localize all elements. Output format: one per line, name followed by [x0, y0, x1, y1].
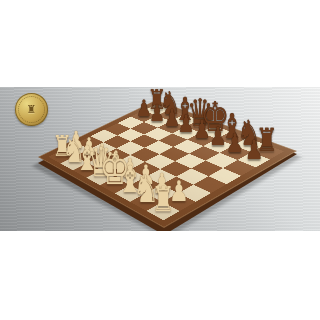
- gold-seal-badge: ♜: [15, 93, 48, 126]
- seal-tower-icon: ♜: [27, 102, 37, 115]
- product-photo: ♜♞♝♛♚♝♞♜♟♟♟♟♟♟♟♟♟♟♟♟♟♟♟♟♜♞♝♛♚♝♞♜ ♜: [0, 87, 320, 231]
- page: ♜♞♝♛♚♝♞♜♟♟♟♟♟♟♟♟♟♟♟♟♟♟♟♟♜♞♝♛♚♝♞♜ ♜: [0, 0, 320, 320]
